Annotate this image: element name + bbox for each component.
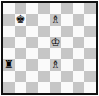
square-g1[interactable] xyxy=(73,82,85,93)
square-h3[interactable] xyxy=(84,59,96,70)
square-h6[interactable] xyxy=(84,26,96,37)
square-c6[interactable] xyxy=(26,26,38,37)
square-a8[interactable] xyxy=(3,3,15,14)
square-g7[interactable] xyxy=(73,14,85,25)
square-d5[interactable] xyxy=(38,37,50,48)
chessboard: ♚♗♔♜♗ xyxy=(3,3,96,93)
square-b5[interactable] xyxy=(15,37,27,48)
square-f5[interactable] xyxy=(61,37,73,48)
piece-white-king-e5: ♔ xyxy=(50,36,60,47)
square-c8[interactable] xyxy=(26,3,38,14)
square-a2[interactable] xyxy=(3,71,15,82)
square-h7[interactable] xyxy=(84,14,96,25)
square-c5[interactable] xyxy=(26,37,38,48)
square-e7[interactable]: ♗ xyxy=(50,14,62,25)
square-c2[interactable] xyxy=(26,71,38,82)
square-d3[interactable] xyxy=(38,59,50,70)
square-g2[interactable] xyxy=(73,71,85,82)
square-f8[interactable] xyxy=(61,3,73,14)
chess-diagram: ♚♗♔♜♗ xyxy=(0,0,99,96)
piece-white-bishop-e7: ♗ xyxy=(50,14,60,25)
square-d2[interactable] xyxy=(38,71,50,82)
square-e3[interactable]: ♗ xyxy=(50,59,62,70)
board-frame: ♚♗♔♜♗ xyxy=(1,1,98,95)
square-d1[interactable] xyxy=(38,82,50,93)
square-h4[interactable] xyxy=(84,48,96,59)
square-e2[interactable] xyxy=(50,71,62,82)
square-c4[interactable] xyxy=(26,48,38,59)
square-g5[interactable] xyxy=(73,37,85,48)
square-f4[interactable] xyxy=(61,48,73,59)
square-d8[interactable] xyxy=(38,3,50,14)
piece-black-rook-a3: ♜ xyxy=(4,59,14,70)
square-b6[interactable] xyxy=(15,26,27,37)
square-h8[interactable] xyxy=(84,3,96,14)
square-a7[interactable] xyxy=(3,14,15,25)
square-f1[interactable] xyxy=(61,82,73,93)
piece-white-bishop-e3: ♗ xyxy=(50,59,60,70)
square-b4[interactable] xyxy=(15,48,27,59)
square-d7[interactable] xyxy=(38,14,50,25)
square-b1[interactable] xyxy=(15,82,27,93)
square-b3[interactable] xyxy=(15,59,27,70)
square-a3[interactable]: ♜ xyxy=(3,59,15,70)
square-h1[interactable] xyxy=(84,82,96,93)
square-b7[interactable]: ♚ xyxy=(15,14,27,25)
square-c1[interactable] xyxy=(26,82,38,93)
square-g3[interactable] xyxy=(73,59,85,70)
square-f3[interactable] xyxy=(61,59,73,70)
square-g8[interactable] xyxy=(73,3,85,14)
square-b2[interactable] xyxy=(15,71,27,82)
square-f6[interactable] xyxy=(61,26,73,37)
square-c3[interactable] xyxy=(26,59,38,70)
square-f7[interactable] xyxy=(61,14,73,25)
square-e1[interactable] xyxy=(50,82,62,93)
piece-black-king-b7: ♚ xyxy=(16,14,26,25)
square-a5[interactable] xyxy=(3,37,15,48)
square-c7[interactable] xyxy=(26,14,38,25)
square-a6[interactable] xyxy=(3,26,15,37)
square-f2[interactable] xyxy=(61,71,73,82)
square-a1[interactable] xyxy=(3,82,15,93)
square-d6[interactable] xyxy=(38,26,50,37)
square-g4[interactable] xyxy=(73,48,85,59)
square-g6[interactable] xyxy=(73,26,85,37)
square-e5[interactable]: ♔ xyxy=(50,37,62,48)
square-h2[interactable] xyxy=(84,71,96,82)
square-h5[interactable] xyxy=(84,37,96,48)
square-d4[interactable] xyxy=(38,48,50,59)
